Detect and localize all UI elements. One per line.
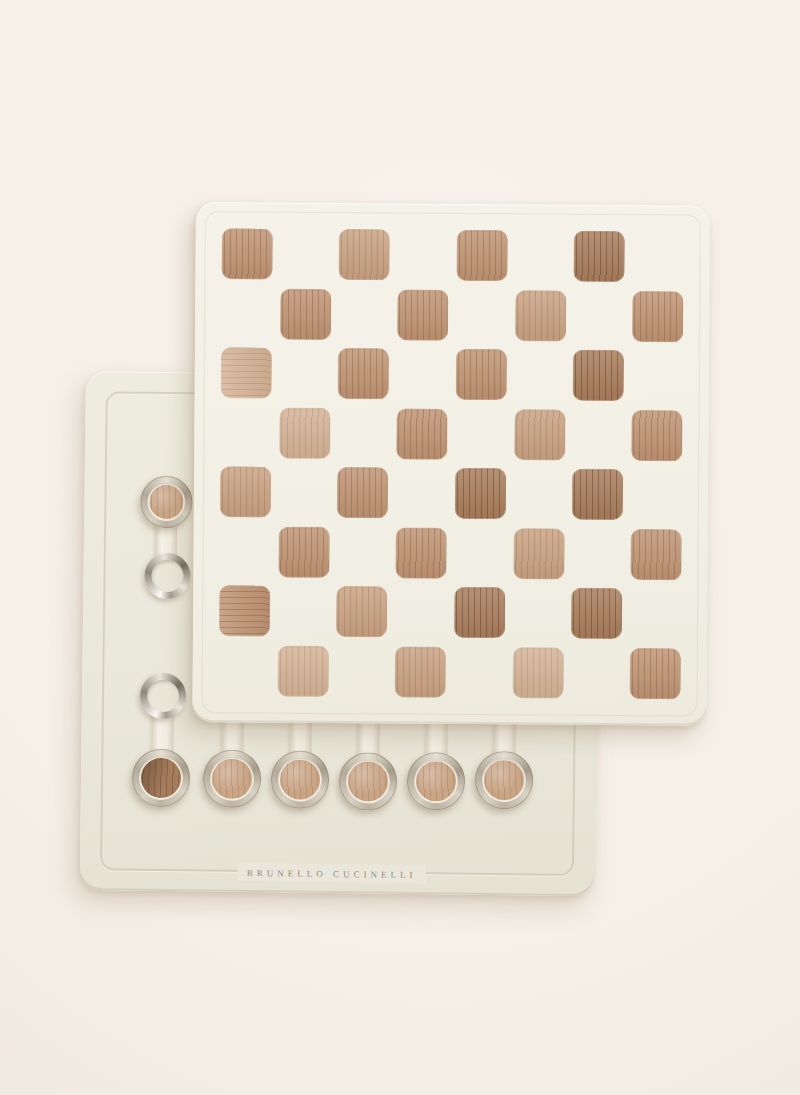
square-r1c3 — [335, 225, 394, 285]
wood-inlay-square — [632, 291, 683, 342]
square-r5c1 — [216, 462, 275, 522]
square-r6c2 — [274, 522, 333, 582]
wood-inlay-square — [454, 587, 505, 638]
square-r1c7 — [570, 227, 629, 287]
square-r1c4 — [394, 225, 453, 285]
wood-inlay-square — [514, 409, 565, 460]
square-r3c2 — [275, 344, 334, 404]
square-r1c1 — [217, 224, 276, 284]
square-r4c5 — [451, 404, 510, 464]
wood-disc-face — [280, 759, 320, 799]
checkers-board — [192, 202, 710, 726]
square-r2c7 — [570, 286, 629, 346]
square-r2c1 — [217, 284, 276, 344]
square-r8c7 — [567, 643, 626, 703]
wood-inlay-square — [396, 527, 447, 578]
wood-inlay-square — [573, 350, 624, 401]
square-r6c8 — [627, 525, 686, 585]
square-r7c6 — [509, 583, 568, 643]
square-r4c8 — [627, 406, 686, 466]
square-r7c7 — [567, 584, 626, 644]
wood-inlay-square — [397, 289, 448, 340]
square-r8c4 — [391, 642, 450, 702]
wood-inlay-square — [277, 645, 328, 696]
square-r2c5 — [452, 285, 511, 345]
wood-inlay-square — [574, 231, 625, 282]
square-r2c2 — [276, 284, 335, 344]
square-r3c4 — [393, 344, 452, 404]
wood-inlay-square — [513, 528, 564, 579]
square-r3c6 — [510, 345, 569, 405]
square-r7c8 — [626, 584, 685, 644]
square-r1c6 — [511, 226, 570, 286]
square-r4c1 — [216, 403, 275, 463]
wood-inlay-square — [572, 469, 623, 520]
square-r5c7 — [568, 465, 627, 525]
brand-plate: BRUNELLO CUCINELLI — [238, 863, 426, 883]
wood-inlay-square — [512, 647, 563, 698]
square-r7c3 — [332, 582, 391, 642]
square-r3c8 — [628, 346, 687, 406]
wood-inlay-square — [455, 349, 506, 400]
square-r4c2 — [275, 403, 334, 463]
square-r5c5 — [451, 464, 510, 524]
square-r3c7 — [569, 346, 628, 406]
wood-inlay-square — [571, 588, 622, 639]
square-r5c6 — [510, 464, 569, 524]
square-r5c8 — [627, 465, 686, 525]
square-r8c3 — [332, 641, 391, 701]
wood-inlay-square — [280, 288, 331, 339]
wood-disc-face — [416, 761, 456, 801]
wood-inlay-square — [396, 408, 447, 459]
wood-disc-face — [212, 759, 252, 799]
wood-inlay-square — [336, 586, 387, 637]
square-r8c1 — [215, 641, 274, 701]
wood-inlay-square — [278, 526, 329, 577]
square-r6c7 — [568, 524, 627, 584]
wood-disc-face — [149, 485, 183, 519]
wood-inlay-square — [220, 466, 271, 517]
wood-inlay-square — [339, 229, 390, 280]
wood-inlay-square — [395, 646, 446, 697]
square-r3c3 — [334, 344, 393, 404]
wood-inlay-square — [456, 230, 507, 281]
square-r6c5 — [450, 523, 509, 583]
square-r4c3 — [334, 403, 393, 463]
square-r2c4 — [393, 285, 452, 345]
square-r2c8 — [628, 287, 687, 347]
square-r6c1 — [215, 522, 274, 582]
square-r5c4 — [392, 463, 451, 523]
square-r4c6 — [510, 405, 569, 465]
wood-inlay-square — [219, 585, 270, 636]
wood-inlay-square — [338, 348, 389, 399]
square-r3c1 — [217, 343, 276, 403]
wood-inlay-square — [515, 290, 566, 341]
square-r5c3 — [333, 463, 392, 523]
wood-inlay-square — [631, 410, 682, 461]
wood-inlay-square — [221, 347, 272, 398]
square-r8c2 — [273, 641, 332, 701]
square-r7c4 — [391, 582, 450, 642]
wood-inlay-square — [337, 467, 388, 518]
square-r1c8 — [629, 227, 688, 287]
square-r6c3 — [333, 522, 392, 582]
wood-inlay-square — [221, 228, 272, 279]
square-r8c5 — [450, 642, 509, 702]
wood-disc-face — [141, 758, 181, 798]
square-r3c5 — [452, 345, 511, 405]
wood-inlay-square — [455, 468, 506, 519]
brand-label: BRUNELLO CUCINELLI — [247, 868, 417, 880]
square-r1c2 — [276, 225, 335, 285]
square-r2c3 — [335, 284, 394, 344]
square-r7c1 — [215, 581, 274, 641]
wood-disc-face — [348, 761, 388, 801]
wood-inlay-square — [630, 648, 681, 699]
product-photo: BRUNELLO CUCINELLI — [0, 0, 800, 1095]
square-r7c2 — [274, 582, 333, 642]
wood-inlay-square — [279, 407, 330, 458]
square-r4c4 — [392, 404, 451, 464]
wood-inlay-square — [630, 529, 681, 580]
wood-disc-face — [484, 760, 524, 800]
square-r1c5 — [452, 226, 511, 286]
board-grid — [215, 224, 688, 703]
square-r4c7 — [569, 405, 628, 465]
square-r7c5 — [450, 583, 509, 643]
square-r8c8 — [626, 644, 685, 704]
square-r6c6 — [509, 524, 568, 584]
square-r5c2 — [275, 463, 334, 523]
square-r6c4 — [392, 523, 451, 583]
square-r8c6 — [508, 643, 567, 703]
square-r2c6 — [511, 286, 570, 346]
